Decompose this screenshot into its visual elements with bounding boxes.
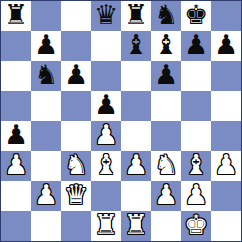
square-b4[interactable] — [31, 121, 61, 151]
square-e3[interactable]: ♟ — [121, 151, 151, 181]
piece-white-knight: ♞ — [64, 151, 88, 180]
piece-white-bishop: ♝ — [94, 151, 118, 180]
square-c1[interactable] — [61, 211, 91, 241]
piece-black-queen: ♛ — [94, 1, 118, 30]
square-a2[interactable] — [1, 181, 31, 211]
piece-white-king: ♚ — [184, 211, 208, 240]
square-c2[interactable]: ♛ — [61, 181, 91, 211]
piece-white-bishop: ♝ — [184, 151, 208, 180]
piece-black-pawn: ♟ — [64, 61, 88, 90]
square-f1[interactable] — [151, 211, 181, 241]
square-h5[interactable] — [211, 91, 241, 121]
square-g6[interactable] — [181, 61, 211, 91]
square-e4[interactable] — [121, 121, 151, 151]
chess-board: ♜♛♜♞♚♟♝♝♟♟♞♟♟♟♟♟♟♞♝♟♞♝♟♟♛♟♟♜♜♚ — [0, 0, 242, 242]
square-a3[interactable]: ♟ — [1, 151, 31, 181]
square-c7[interactable] — [61, 31, 91, 61]
square-b1[interactable] — [31, 211, 61, 241]
square-g4[interactable] — [181, 121, 211, 151]
square-e6[interactable] — [121, 61, 151, 91]
piece-black-bishop: ♝ — [154, 31, 178, 60]
square-a8[interactable]: ♜ — [1, 1, 31, 31]
square-a1[interactable] — [1, 211, 31, 241]
square-h2[interactable] — [211, 181, 241, 211]
square-d2[interactable] — [91, 181, 121, 211]
square-b8[interactable] — [31, 1, 61, 31]
square-b7[interactable]: ♟ — [31, 31, 61, 61]
piece-white-rook: ♜ — [94, 211, 118, 240]
square-d6[interactable] — [91, 61, 121, 91]
square-d7[interactable] — [91, 31, 121, 61]
piece-white-pawn: ♟ — [4, 151, 28, 180]
square-d1[interactable]: ♜ — [91, 211, 121, 241]
square-b5[interactable] — [31, 91, 61, 121]
piece-black-rook: ♜ — [4, 1, 28, 30]
piece-white-rook: ♜ — [124, 211, 148, 240]
square-c8[interactable] — [61, 1, 91, 31]
piece-black-pawn: ♟ — [94, 91, 118, 120]
square-d8[interactable]: ♛ — [91, 1, 121, 31]
square-g3[interactable]: ♝ — [181, 151, 211, 181]
square-f7[interactable]: ♝ — [151, 31, 181, 61]
square-e5[interactable] — [121, 91, 151, 121]
square-b2[interactable]: ♟ — [31, 181, 61, 211]
square-c6[interactable]: ♟ — [61, 61, 91, 91]
piece-black-pawn: ♟ — [4, 121, 28, 150]
square-g1[interactable]: ♚ — [181, 211, 211, 241]
square-g5[interactable] — [181, 91, 211, 121]
square-c5[interactable] — [61, 91, 91, 121]
piece-white-pawn: ♟ — [154, 181, 178, 210]
square-f8[interactable]: ♞ — [151, 1, 181, 31]
piece-white-pawn: ♟ — [214, 151, 238, 180]
piece-white-pawn: ♟ — [184, 181, 208, 210]
piece-white-pawn: ♟ — [124, 151, 148, 180]
square-f6[interactable]: ♟ — [151, 61, 181, 91]
piece-white-knight: ♞ — [154, 151, 178, 180]
piece-white-queen: ♛ — [64, 181, 88, 210]
square-a5[interactable] — [1, 91, 31, 121]
square-b3[interactable] — [31, 151, 61, 181]
square-h8[interactable] — [211, 1, 241, 31]
square-a4[interactable]: ♟ — [1, 121, 31, 151]
square-a7[interactable] — [1, 31, 31, 61]
square-d3[interactable]: ♝ — [91, 151, 121, 181]
square-f2[interactable]: ♟ — [151, 181, 181, 211]
square-h4[interactable] — [211, 121, 241, 151]
square-d4[interactable]: ♟ — [91, 121, 121, 151]
square-h6[interactable] — [211, 61, 241, 91]
piece-black-rook: ♜ — [124, 1, 148, 30]
square-c3[interactable]: ♞ — [61, 151, 91, 181]
square-h3[interactable]: ♟ — [211, 151, 241, 181]
square-g8[interactable]: ♚ — [181, 1, 211, 31]
square-b6[interactable]: ♞ — [31, 61, 61, 91]
chess-diagram: ♜♛♜♞♚♟♝♝♟♟♞♟♟♟♟♟♟♞♝♟♞♝♟♟♛♟♟♜♜♚ — [0, 0, 242, 242]
piece-white-pawn: ♟ — [34, 181, 58, 210]
square-h1[interactable] — [211, 211, 241, 241]
piece-black-pawn: ♟ — [184, 31, 208, 60]
square-c4[interactable] — [61, 121, 91, 151]
square-e7[interactable]: ♝ — [121, 31, 151, 61]
square-a6[interactable] — [1, 61, 31, 91]
piece-black-pawn: ♟ — [34, 31, 58, 60]
piece-black-bishop: ♝ — [124, 31, 148, 60]
square-e1[interactable]: ♜ — [121, 211, 151, 241]
square-f4[interactable] — [151, 121, 181, 151]
square-g2[interactable]: ♟ — [181, 181, 211, 211]
square-e2[interactable] — [121, 181, 151, 211]
piece-white-pawn: ♟ — [94, 121, 118, 150]
square-e8[interactable]: ♜ — [121, 1, 151, 31]
piece-black-pawn: ♟ — [154, 61, 178, 90]
piece-black-king: ♚ — [184, 1, 208, 30]
square-f3[interactable]: ♞ — [151, 151, 181, 181]
square-f5[interactable] — [151, 91, 181, 121]
piece-black-knight: ♞ — [34, 61, 58, 90]
square-d5[interactable]: ♟ — [91, 91, 121, 121]
square-h7[interactable]: ♟ — [211, 31, 241, 61]
piece-black-knight: ♞ — [154, 1, 178, 30]
square-g7[interactable]: ♟ — [181, 31, 211, 61]
piece-black-pawn: ♟ — [214, 31, 238, 60]
